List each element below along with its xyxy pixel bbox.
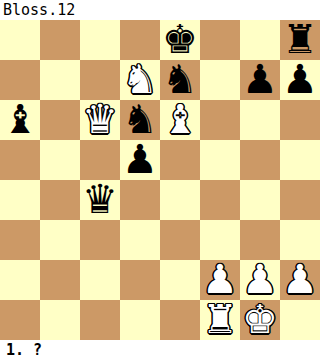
white-bishop[interactable]: ♝: [162, 99, 198, 139]
square-f3[interactable]: [200, 220, 240, 260]
square-f1[interactable]: ♜: [200, 300, 240, 340]
square-f7[interactable]: [200, 60, 240, 100]
square-h2[interactable]: ♟: [280, 260, 320, 300]
chess-diagram: Bloss.12 ♚♜♞♞♟♟♝♛♞♝♟♛♟♟♟♜♚ 1. ?: [0, 0, 320, 360]
black-rook[interactable]: ♜: [282, 19, 318, 59]
square-h5[interactable]: [280, 140, 320, 180]
black-knight[interactable]: ♞: [122, 99, 158, 139]
square-d1[interactable]: [120, 300, 160, 340]
square-g5[interactable]: [240, 140, 280, 180]
square-a3[interactable]: [0, 220, 40, 260]
white-pawn[interactable]: ♟: [242, 259, 278, 299]
square-e3[interactable]: [160, 220, 200, 260]
square-c2[interactable]: [80, 260, 120, 300]
square-d3[interactable]: [120, 220, 160, 260]
black-pawn[interactable]: ♟: [242, 59, 278, 99]
square-h6[interactable]: [280, 100, 320, 140]
black-queen[interactable]: ♛: [82, 179, 118, 219]
square-b3[interactable]: [40, 220, 80, 260]
square-d8[interactable]: [120, 20, 160, 60]
square-g1[interactable]: ♚: [240, 300, 280, 340]
white-rook[interactable]: ♜: [202, 299, 238, 339]
square-c5[interactable]: [80, 140, 120, 180]
square-c6[interactable]: ♛: [80, 100, 120, 140]
square-g7[interactable]: ♟: [240, 60, 280, 100]
square-e5[interactable]: [160, 140, 200, 180]
square-g2[interactable]: ♟: [240, 260, 280, 300]
square-f6[interactable]: [200, 100, 240, 140]
white-queen[interactable]: ♛: [82, 99, 118, 139]
square-e2[interactable]: [160, 260, 200, 300]
square-b6[interactable]: [40, 100, 80, 140]
square-h3[interactable]: [280, 220, 320, 260]
square-f2[interactable]: ♟: [200, 260, 240, 300]
square-d4[interactable]: [120, 180, 160, 220]
square-e6[interactable]: ♝: [160, 100, 200, 140]
square-h1[interactable]: [280, 300, 320, 340]
black-bishop[interactable]: ♝: [2, 99, 38, 139]
square-d6[interactable]: ♞: [120, 100, 160, 140]
square-g4[interactable]: [240, 180, 280, 220]
square-f4[interactable]: [200, 180, 240, 220]
square-f8[interactable]: [200, 20, 240, 60]
diagram-title: Bloss.12: [0, 0, 320, 20]
square-e4[interactable]: [160, 180, 200, 220]
square-d5[interactable]: ♟: [120, 140, 160, 180]
black-king[interactable]: ♚: [162, 19, 198, 59]
square-d2[interactable]: [120, 260, 160, 300]
black-pawn[interactable]: ♟: [122, 139, 158, 179]
black-knight[interactable]: ♞: [162, 59, 198, 99]
square-a2[interactable]: [0, 260, 40, 300]
square-d7[interactable]: ♞: [120, 60, 160, 100]
square-c1[interactable]: [80, 300, 120, 340]
square-a7[interactable]: [0, 60, 40, 100]
square-g8[interactable]: [240, 20, 280, 60]
square-c3[interactable]: [80, 220, 120, 260]
square-c4[interactable]: ♛: [80, 180, 120, 220]
square-h7[interactable]: ♟: [280, 60, 320, 100]
white-pawn[interactable]: ♟: [202, 259, 238, 299]
square-b8[interactable]: [40, 20, 80, 60]
square-f5[interactable]: [200, 140, 240, 180]
square-a1[interactable]: [0, 300, 40, 340]
square-a4[interactable]: [0, 180, 40, 220]
square-b2[interactable]: [40, 260, 80, 300]
move-prompt: 1. ?: [0, 340, 320, 360]
square-b5[interactable]: [40, 140, 80, 180]
white-king[interactable]: ♚: [242, 299, 278, 339]
chess-board[interactable]: ♚♜♞♞♟♟♝♛♞♝♟♛♟♟♟♜♚: [0, 20, 320, 340]
square-c8[interactable]: [80, 20, 120, 60]
square-a5[interactable]: [0, 140, 40, 180]
white-pawn[interactable]: ♟: [282, 259, 318, 299]
square-e7[interactable]: ♞: [160, 60, 200, 100]
white-knight[interactable]: ♞: [122, 59, 158, 99]
square-g6[interactable]: [240, 100, 280, 140]
square-e1[interactable]: [160, 300, 200, 340]
square-b7[interactable]: [40, 60, 80, 100]
square-h8[interactable]: ♜: [280, 20, 320, 60]
square-a6[interactable]: ♝: [0, 100, 40, 140]
square-c7[interactable]: [80, 60, 120, 100]
square-b1[interactable]: [40, 300, 80, 340]
square-g3[interactable]: [240, 220, 280, 260]
black-pawn[interactable]: ♟: [282, 59, 318, 99]
square-e8[interactable]: ♚: [160, 20, 200, 60]
square-h4[interactable]: [280, 180, 320, 220]
square-a8[interactable]: [0, 20, 40, 60]
square-b4[interactable]: [40, 180, 80, 220]
